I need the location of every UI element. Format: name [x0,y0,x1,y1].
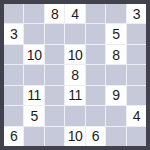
cell-r3c0[interactable] [4,65,23,84]
clue-number: 3 [133,7,140,21]
cell-r5c2[interactable] [45,106,64,125]
cell-r1c6[interactable] [127,24,146,43]
cell-r3c2[interactable] [45,65,64,84]
cell-r6c5[interactable] [106,127,125,146]
clue-cell-r0c2: 8 [45,4,64,23]
cell-r0c0[interactable] [4,4,23,23]
cell-r3c1[interactable] [24,65,43,84]
cell-r1c2[interactable] [45,24,64,43]
clue-cell-r5c1: 5 [24,106,43,125]
clue-cell-r6c0: 6 [4,127,23,146]
clue-number: 11 [68,88,82,102]
clue-cell-r2c1: 10 [24,45,43,64]
clue-number: 8 [71,68,78,82]
clue-cell-r5c6: 4 [127,106,146,125]
clue-cell-r1c5: 5 [106,24,125,43]
cell-r2c4[interactable] [86,45,105,64]
cell-r3c6[interactable] [127,65,146,84]
cell-r0c1[interactable] [24,4,43,23]
cell-r1c1[interactable] [24,24,43,43]
cell-r4c6[interactable] [127,86,146,105]
clue-number: 6 [92,129,99,143]
clue-cell-r0c6: 3 [127,4,146,23]
cell-r1c3[interactable] [65,24,84,43]
clue-cell-r4c1: 11 [24,86,43,105]
cell-r0c4[interactable] [86,4,105,23]
clue-number: 5 [30,109,37,123]
clue-cell-r4c5: 9 [106,86,125,105]
cell-r6c6[interactable] [127,127,146,146]
clue-cell-r2c5: 8 [106,45,125,64]
clue-number: 6 [10,129,17,143]
clue-number: 4 [71,7,78,21]
clue-number: 8 [112,48,119,62]
cell-r4c0[interactable] [4,86,23,105]
cell-r4c4[interactable] [86,86,105,105]
clue-number: 4 [133,109,140,123]
clue-cell-r4c3: 11 [65,86,84,105]
clue-cell-r2c3: 10 [65,45,84,64]
cell-r1c4[interactable] [86,24,105,43]
clue-cell-r0c3: 4 [65,4,84,23]
cell-r6c2[interactable] [45,127,64,146]
clue-number: 9 [112,88,119,102]
cell-r6c1[interactable] [24,127,43,146]
clue-number: 11 [27,88,41,102]
clue-cell-r6c3: 10 [65,127,84,146]
clue-number: 10 [68,48,83,62]
cell-r5c5[interactable] [106,106,125,125]
cell-r2c0[interactable] [4,45,23,64]
clue-cell-r3c3: 8 [65,65,84,84]
cell-r2c2[interactable] [45,45,64,64]
clue-cell-r1c0: 3 [4,24,23,43]
clue-number: 10 [68,129,83,143]
clue-number: 10 [27,48,42,62]
puzzle-board: 8433510108811119546106 [0,0,150,150]
clue-number: 5 [112,27,119,41]
cell-r5c4[interactable] [86,106,105,125]
cell-r5c0[interactable] [4,106,23,125]
cell-r4c2[interactable] [45,86,64,105]
cell-r5c3[interactable] [65,106,84,125]
cell-r3c5[interactable] [106,65,125,84]
cell-r2c6[interactable] [127,45,146,64]
clue-number: 3 [10,27,17,41]
cell-r3c4[interactable] [86,65,105,84]
clue-cell-r6c4: 6 [86,127,105,146]
cell-r0c5[interactable] [106,4,125,23]
clue-number: 8 [51,7,58,21]
